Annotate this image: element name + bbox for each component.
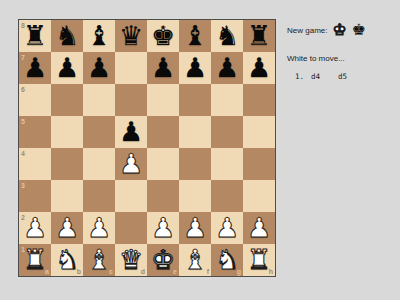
square-g8[interactable]: ♞: [211, 20, 243, 52]
square-g4[interactable]: [211, 148, 243, 180]
piece-white-knight[interactable]: ♞: [215, 246, 239, 273]
square-a3[interactable]: 3: [19, 180, 51, 212]
square-h5[interactable]: [243, 116, 275, 148]
white-king-icon: ♚: [332, 22, 346, 38]
piece-white-rook[interactable]: ♜: [23, 246, 47, 273]
square-d1[interactable]: d♛: [115, 244, 147, 276]
square-e5[interactable]: [147, 116, 179, 148]
piece-white-pawn[interactable]: ♟: [151, 214, 175, 241]
square-b6[interactable]: [51, 84, 83, 116]
square-h8[interactable]: ♜: [243, 20, 275, 52]
piece-black-pawn[interactable]: ♟: [55, 54, 79, 81]
square-c8[interactable]: ♝: [83, 20, 115, 52]
square-d8[interactable]: ♛: [115, 20, 147, 52]
piece-white-pawn[interactable]: ♟: [247, 214, 271, 241]
square-g6[interactable]: [211, 84, 243, 116]
rank-label-4: 4: [21, 150, 25, 157]
square-b4[interactable]: [51, 148, 83, 180]
desktop-background: 8♜♞♝♛♚♝♞♜7♟♟♟♟♟♟♟65♟4♟32♟♟♟♟♟♟♟1a♜b♞c♝d♛…: [0, 0, 400, 300]
game-info-panel: New game: ♚ ♚ White to move... 1. d4 d5: [287, 20, 397, 81]
square-d2[interactable]: [115, 212, 147, 244]
piece-white-pawn[interactable]: ♟: [23, 214, 47, 241]
piece-white-bishop[interactable]: ♝: [87, 246, 111, 273]
new-game-row: New game: ♚ ♚: [287, 20, 397, 40]
piece-white-pawn[interactable]: ♟: [87, 214, 111, 241]
piece-white-queen[interactable]: ♛: [119, 246, 143, 273]
piece-white-knight[interactable]: ♞: [55, 246, 79, 273]
square-f8[interactable]: ♝: [179, 20, 211, 52]
move-number: 1.: [295, 72, 311, 81]
square-g5[interactable]: [211, 116, 243, 148]
square-d7[interactable]: [115, 52, 147, 84]
square-h7[interactable]: ♟: [243, 52, 275, 84]
piece-black-rook[interactable]: ♜: [23, 22, 47, 49]
piece-black-pawn[interactable]: ♟: [151, 54, 175, 81]
square-f6[interactable]: [179, 84, 211, 116]
piece-black-king[interactable]: ♚: [151, 22, 175, 49]
piece-black-pawn[interactable]: ♟: [215, 54, 239, 81]
rank-label-3: 3: [21, 182, 25, 189]
piece-black-rook[interactable]: ♜: [247, 22, 271, 49]
square-e7[interactable]: ♟: [147, 52, 179, 84]
piece-black-knight[interactable]: ♞: [55, 22, 79, 49]
piece-black-pawn[interactable]: ♟: [87, 54, 111, 81]
square-e2[interactable]: ♟: [147, 212, 179, 244]
piece-black-pawn[interactable]: ♟: [23, 54, 47, 81]
square-g7[interactable]: ♟: [211, 52, 243, 84]
square-b7[interactable]: ♟: [51, 52, 83, 84]
square-g1[interactable]: g♞: [211, 244, 243, 276]
square-c7[interactable]: ♟: [83, 52, 115, 84]
piece-black-bishop[interactable]: ♝: [87, 22, 111, 49]
piece-white-pawn[interactable]: ♟: [215, 214, 239, 241]
piece-black-bishop[interactable]: ♝: [183, 22, 207, 49]
square-a1[interactable]: 1a♜: [19, 244, 51, 276]
piece-black-pawn[interactable]: ♟: [119, 118, 143, 145]
piece-white-pawn[interactable]: ♟: [55, 214, 79, 241]
square-c4[interactable]: [83, 148, 115, 180]
square-f5[interactable]: [179, 116, 211, 148]
black-king-icon: ♚: [352, 22, 366, 38]
square-c6[interactable]: [83, 84, 115, 116]
piece-white-rook[interactable]: ♜: [247, 246, 271, 273]
square-b1[interactable]: b♞: [51, 244, 83, 276]
square-e1[interactable]: e♚: [147, 244, 179, 276]
square-a2[interactable]: 2♟: [19, 212, 51, 244]
square-d3[interactable]: [115, 180, 147, 212]
square-g2[interactable]: ♟: [211, 212, 243, 244]
square-f4[interactable]: [179, 148, 211, 180]
square-a4[interactable]: 4: [19, 148, 51, 180]
rank-label-6: 6: [21, 86, 25, 93]
piece-black-queen[interactable]: ♛: [119, 22, 143, 49]
square-d5[interactable]: ♟: [115, 116, 147, 148]
piece-white-pawn[interactable]: ♟: [119, 150, 143, 177]
square-f1[interactable]: f♝: [179, 244, 211, 276]
move-black: d5: [338, 72, 365, 81]
square-a5[interactable]: 5: [19, 116, 51, 148]
square-a7[interactable]: 7♟: [19, 52, 51, 84]
square-c3[interactable]: [83, 180, 115, 212]
square-b8[interactable]: ♞: [51, 20, 83, 52]
move-list: 1. d4 d5: [287, 72, 397, 81]
square-b5[interactable]: [51, 116, 83, 148]
piece-white-king[interactable]: ♚: [151, 246, 175, 273]
square-e4[interactable]: [147, 148, 179, 180]
piece-black-pawn[interactable]: ♟: [183, 54, 207, 81]
square-g3[interactable]: [211, 180, 243, 212]
chess-board[interactable]: 8♜♞♝♛♚♝♞♜7♟♟♟♟♟♟♟65♟4♟32♟♟♟♟♟♟♟1a♜b♞c♝d♛…: [19, 20, 275, 276]
square-f2[interactable]: ♟: [179, 212, 211, 244]
piece-white-bishop[interactable]: ♝: [183, 246, 207, 273]
piece-white-pawn[interactable]: ♟: [183, 214, 207, 241]
square-a6[interactable]: 6: [19, 84, 51, 116]
square-b2[interactable]: ♟: [51, 212, 83, 244]
new-game-label: New game:: [287, 26, 327, 35]
square-a8[interactable]: 8♜: [19, 20, 51, 52]
status-text: White to move...: [287, 54, 397, 63]
square-h3[interactable]: [243, 180, 275, 212]
square-h4[interactable]: [243, 148, 275, 180]
square-h6[interactable]: [243, 84, 275, 116]
piece-black-knight[interactable]: ♞: [215, 22, 239, 49]
square-h2[interactable]: ♟: [243, 212, 275, 244]
rank-label-5: 5: [21, 118, 25, 125]
square-b3[interactable]: [51, 180, 83, 212]
piece-black-pawn[interactable]: ♟: [247, 54, 271, 81]
move-white: d4: [311, 72, 338, 81]
square-e6[interactable]: [147, 84, 179, 116]
square-f3[interactable]: [179, 180, 211, 212]
square-d6[interactable]: [115, 84, 147, 116]
square-c5[interactable]: [83, 116, 115, 148]
square-d4[interactable]: ♟: [115, 148, 147, 180]
chess-board-frame: 8♜♞♝♛♚♝♞♜7♟♟♟♟♟♟♟65♟4♟32♟♟♟♟♟♟♟1a♜b♞c♝d♛…: [18, 19, 276, 277]
square-e8[interactable]: ♚: [147, 20, 179, 52]
square-c1[interactable]: c♝: [83, 244, 115, 276]
square-e3[interactable]: [147, 180, 179, 212]
square-h1[interactable]: h♜: [243, 244, 275, 276]
square-c2[interactable]: ♟: [83, 212, 115, 244]
square-f7[interactable]: ♟: [179, 52, 211, 84]
